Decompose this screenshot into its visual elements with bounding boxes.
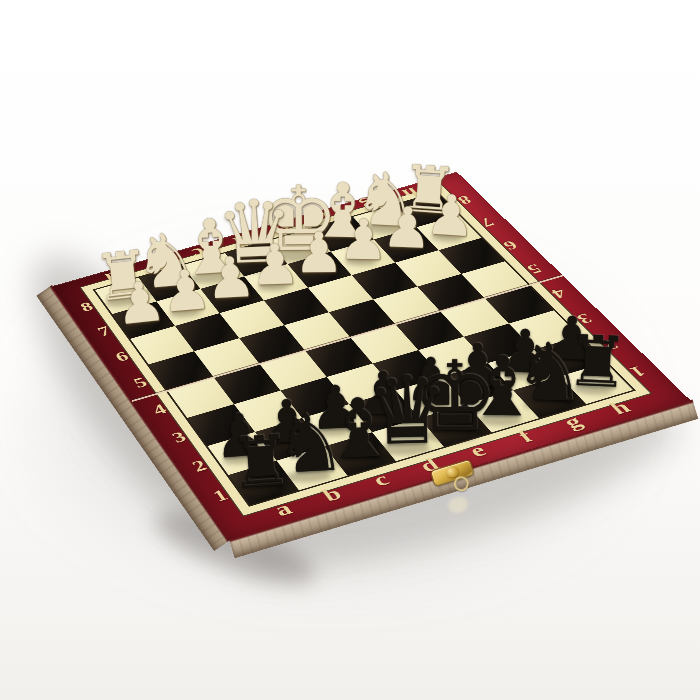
piece-white-pawn[interactable]: ♟: [249, 237, 301, 295]
piece-white-pawn[interactable]: ♟: [113, 273, 169, 334]
piece-white-pawn[interactable]: ♟: [294, 225, 344, 281]
piece-white-pawn[interactable]: ♟: [204, 249, 257, 308]
piece-white-pawn[interactable]: ♟: [159, 261, 214, 321]
pieces-layer: ♜♞♝♛♚♝♞♜♟♟♟♟♟♟♟♟♟♟♟♟♟♟♟♟♜♞♝♛♚♝♞♜: [0, 0, 700, 700]
piece-black-rook[interactable]: ♜: [227, 424, 295, 498]
chess-set-photo: aa11bb22cc33dd44ee55ff66gg77hh88 ♜♞♝♛♚♝♞…: [0, 0, 700, 700]
piece-white-pawn[interactable]: ♟: [338, 212, 389, 269]
